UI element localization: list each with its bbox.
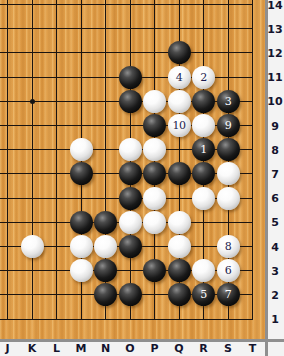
grid-line-row-14 xyxy=(0,4,253,5)
stone-white-Q10[interactable] xyxy=(168,90,191,113)
grid-line-col-T xyxy=(252,0,253,320)
stone-white-P8[interactable] xyxy=(143,138,166,161)
move-number-2: 2 xyxy=(200,72,207,83)
col-label-M: M xyxy=(71,342,91,356)
stone-white-Q9[interactable]: 10 xyxy=(168,114,191,137)
go-board[interactable]: 42310918657 xyxy=(0,0,265,339)
stone-black-R2[interactable]: 5 xyxy=(192,283,215,306)
stone-black-O11[interactable] xyxy=(119,66,142,89)
stone-white-S3[interactable]: 6 xyxy=(217,259,240,282)
move-number-7: 7 xyxy=(225,289,232,300)
stone-white-S4[interactable]: 8 xyxy=(217,235,240,258)
stone-white-S6[interactable] xyxy=(217,187,240,210)
move-number-6: 6 xyxy=(225,265,232,276)
row-label-13: 13 xyxy=(266,23,284,37)
col-label-N: N xyxy=(96,342,116,356)
stone-black-S8[interactable] xyxy=(217,138,240,161)
stone-black-N2[interactable] xyxy=(94,283,117,306)
stone-black-R7[interactable] xyxy=(192,162,215,185)
stone-black-R10[interactable] xyxy=(192,90,215,113)
row-label-4: 4 xyxy=(266,241,284,255)
board-bottom-border xyxy=(0,339,284,342)
col-label-T: T xyxy=(243,342,263,356)
move-number-8: 8 xyxy=(225,241,232,252)
grid-line-row-9 xyxy=(0,125,253,126)
stone-white-S7[interactable] xyxy=(217,162,240,185)
stone-black-Q7[interactable] xyxy=(168,162,191,185)
row-label-10: 10 xyxy=(266,95,284,109)
stone-black-Q3[interactable] xyxy=(168,259,191,282)
stone-black-P9[interactable] xyxy=(143,114,166,137)
stone-white-R9[interactable] xyxy=(192,114,215,137)
row-label-2: 2 xyxy=(266,289,284,303)
col-label-L: L xyxy=(47,342,67,356)
stone-black-S9[interactable]: 9 xyxy=(217,114,240,137)
row-label-5: 5 xyxy=(266,216,284,230)
stone-black-P7[interactable] xyxy=(143,162,166,185)
stone-white-Q11[interactable]: 4 xyxy=(168,66,191,89)
grid-line-col-K xyxy=(32,0,33,320)
move-number-3: 3 xyxy=(225,96,232,107)
stone-white-P6[interactable] xyxy=(143,187,166,210)
col-label-O: O xyxy=(120,342,140,356)
stone-white-K4[interactable] xyxy=(21,235,44,258)
stone-white-M4[interactable] xyxy=(70,235,93,258)
stone-white-R6[interactable] xyxy=(192,187,215,210)
move-number-5: 5 xyxy=(200,289,207,300)
row-label-9: 9 xyxy=(266,120,284,134)
stone-black-Q2[interactable] xyxy=(168,283,191,306)
row-label-1: 1 xyxy=(266,313,284,327)
stone-white-Q5[interactable] xyxy=(168,211,191,234)
move-number-4: 4 xyxy=(176,72,183,83)
stone-black-M5[interactable] xyxy=(70,211,93,234)
row-label-8: 8 xyxy=(266,144,284,158)
grid-line-row-12 xyxy=(0,52,253,53)
stone-white-O5[interactable] xyxy=(119,211,142,234)
stone-black-O7[interactable] xyxy=(119,162,142,185)
stone-black-O10[interactable] xyxy=(119,90,142,113)
col-label-Q: Q xyxy=(169,342,189,356)
row-label-12: 12 xyxy=(266,47,284,61)
stone-black-O6[interactable] xyxy=(119,187,142,210)
row-label-6: 6 xyxy=(266,192,284,206)
stone-white-R11[interactable]: 2 xyxy=(192,66,215,89)
go-diagram-window: 42310918657 JKLMNOPQRST14131211109876543… xyxy=(0,0,284,356)
stone-black-N3[interactable] xyxy=(94,259,117,282)
stone-white-N4[interactable] xyxy=(94,235,117,258)
move-number-1: 1 xyxy=(200,144,207,155)
stone-white-R3[interactable] xyxy=(192,259,215,282)
col-label-P: P xyxy=(145,342,165,356)
stone-black-P3[interactable] xyxy=(143,259,166,282)
star-point-K10 xyxy=(30,99,35,104)
stone-black-M7[interactable] xyxy=(70,162,93,185)
stone-white-Q4[interactable] xyxy=(168,235,191,258)
col-label-J: J xyxy=(0,342,18,356)
stone-black-N5[interactable] xyxy=(94,211,117,234)
row-label-7: 7 xyxy=(266,168,284,182)
move-number-9: 9 xyxy=(225,120,232,131)
grid-line-col-L xyxy=(56,0,57,320)
col-label-K: K xyxy=(22,342,42,356)
stone-black-R8[interactable]: 1 xyxy=(192,138,215,161)
stone-black-Q12[interactable] xyxy=(168,41,191,64)
grid-line-row-1 xyxy=(0,319,253,320)
stone-black-O4[interactable] xyxy=(119,235,142,258)
stone-black-S2[interactable]: 7 xyxy=(217,283,240,306)
grid-line-row-13 xyxy=(0,28,253,29)
row-label-14: 14 xyxy=(266,0,284,13)
col-label-R: R xyxy=(194,342,214,356)
col-label-S: S xyxy=(218,342,238,356)
move-number-10: 10 xyxy=(173,120,186,131)
stone-white-O8[interactable] xyxy=(119,138,142,161)
grid-line-col-J xyxy=(7,0,8,320)
stone-black-O2[interactable] xyxy=(119,283,142,306)
row-label-3: 3 xyxy=(266,265,284,279)
stone-white-P10[interactable] xyxy=(143,90,166,113)
grid-line-row-3 xyxy=(0,270,253,271)
stone-white-M3[interactable] xyxy=(70,259,93,282)
row-label-11: 11 xyxy=(266,71,284,85)
stone-white-P5[interactable] xyxy=(143,211,166,234)
stone-white-M8[interactable] xyxy=(70,138,93,161)
stone-black-S10[interactable]: 3 xyxy=(217,90,240,113)
